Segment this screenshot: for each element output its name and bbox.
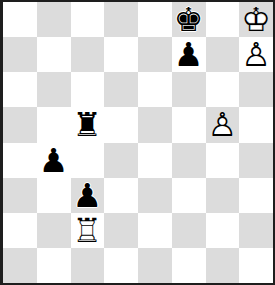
square-d4[interactable]: [104, 143, 138, 178]
square-b1[interactable]: [37, 248, 71, 283]
square-h2[interactable]: [239, 213, 273, 248]
square-c7[interactable]: [71, 37, 105, 72]
square-e6[interactable]: [138, 72, 172, 107]
square-g8[interactable]: [206, 2, 240, 37]
square-f2[interactable]: [172, 213, 206, 248]
piece-white-king: ♚♔: [239, 2, 273, 37]
square-e5[interactable]: [138, 107, 172, 142]
black-pawn-glyph: ♟: [174, 38, 204, 71]
square-h1[interactable]: [239, 248, 273, 283]
square-e1[interactable]: [138, 248, 172, 283]
black-pawn-glyph: ♟: [39, 144, 69, 177]
square-e7[interactable]: [138, 37, 172, 72]
piece-white-pawn: ♟♙: [239, 37, 273, 72]
square-b8[interactable]: [37, 2, 71, 37]
square-c2[interactable]: ♜♖: [71, 213, 105, 248]
square-d3[interactable]: [104, 178, 138, 213]
square-f7[interactable]: ♟: [172, 37, 206, 72]
square-c1[interactable]: [71, 248, 105, 283]
square-f8[interactable]: ♚: [172, 2, 206, 37]
square-f1[interactable]: [172, 248, 206, 283]
square-e2[interactable]: [138, 213, 172, 248]
square-a8[interactable]: [3, 2, 37, 37]
square-a1[interactable]: [3, 248, 37, 283]
square-e4[interactable]: [138, 143, 172, 178]
square-d2[interactable]: [104, 213, 138, 248]
square-b2[interactable]: [37, 213, 71, 248]
square-h7[interactable]: ♟♙: [239, 37, 273, 72]
piece-black-pawn: ♟: [71, 178, 105, 213]
square-f5[interactable]: [172, 107, 206, 142]
white-rook-outline-glyph: ♖: [73, 214, 103, 247]
square-g6[interactable]: [206, 72, 240, 107]
piece-black-rook: ♜: [71, 107, 105, 142]
black-king-glyph: ♚: [174, 3, 204, 36]
piece-white-pawn: ♟♙: [206, 107, 240, 142]
square-f3[interactable]: [172, 178, 206, 213]
piece-black-king: ♚: [172, 2, 206, 37]
square-e8[interactable]: [138, 2, 172, 37]
square-a3[interactable]: [3, 178, 37, 213]
white-pawn-outline-glyph: ♙: [241, 38, 271, 71]
square-h4[interactable]: [239, 143, 273, 178]
square-a5[interactable]: [3, 107, 37, 142]
white-king-outline-glyph: ♔: [241, 3, 271, 36]
square-h6[interactable]: [239, 72, 273, 107]
square-b6[interactable]: [37, 72, 71, 107]
piece-black-pawn: ♟: [37, 143, 71, 178]
square-g7[interactable]: [206, 37, 240, 72]
square-d1[interactable]: [104, 248, 138, 283]
chess-board: ♚♚♔♟♟♙♜♟♙♟♟♜♖: [0, 0, 275, 285]
square-e3[interactable]: [138, 178, 172, 213]
square-a6[interactable]: [3, 72, 37, 107]
square-c5[interactable]: ♜: [71, 107, 105, 142]
square-d5[interactable]: [104, 107, 138, 142]
square-d6[interactable]: [104, 72, 138, 107]
square-b5[interactable]: [37, 107, 71, 142]
square-a4[interactable]: [3, 143, 37, 178]
square-c3[interactable]: ♟: [71, 178, 105, 213]
white-pawn-outline-glyph: ♙: [208, 108, 238, 141]
square-g1[interactable]: [206, 248, 240, 283]
square-g5[interactable]: ♟♙: [206, 107, 240, 142]
square-g4[interactable]: [206, 143, 240, 178]
square-c6[interactable]: [71, 72, 105, 107]
square-g3[interactable]: [206, 178, 240, 213]
piece-white-rook: ♜♖: [71, 213, 105, 248]
square-c4[interactable]: [71, 143, 105, 178]
piece-black-pawn: ♟: [172, 37, 206, 72]
square-f6[interactable]: [172, 72, 206, 107]
square-h3[interactable]: [239, 178, 273, 213]
square-c8[interactable]: [71, 2, 105, 37]
square-h8[interactable]: ♚♔: [239, 2, 273, 37]
square-a7[interactable]: [3, 37, 37, 72]
square-d8[interactable]: [104, 2, 138, 37]
board-grid: ♚♚♔♟♟♙♜♟♙♟♟♜♖: [3, 2, 273, 283]
square-a2[interactable]: [3, 213, 37, 248]
square-b4[interactable]: ♟: [37, 143, 71, 178]
square-g2[interactable]: [206, 213, 240, 248]
square-f4[interactable]: [172, 143, 206, 178]
black-rook-glyph: ♜: [73, 108, 103, 141]
square-h5[interactable]: [239, 107, 273, 142]
black-pawn-glyph: ♟: [73, 179, 103, 212]
square-b3[interactable]: [37, 178, 71, 213]
square-b7[interactable]: [37, 37, 71, 72]
square-d7[interactable]: [104, 37, 138, 72]
